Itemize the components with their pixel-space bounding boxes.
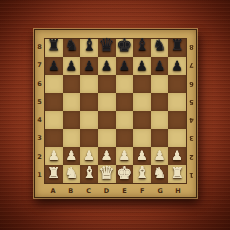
piece-black-pawn[interactable]: ♟ [118, 59, 130, 72]
rank-label-2: 2 [187, 148, 196, 166]
rank-label-5: 5 [35, 93, 44, 111]
square-d3[interactable] [98, 129, 116, 147]
square-g2[interactable]: ♟ [151, 147, 169, 165]
rank-labels-left: 87654321 [35, 38, 44, 184]
square-f3[interactable] [133, 129, 151, 147]
square-f1[interactable]: ♝ [133, 165, 151, 183]
square-f5[interactable] [133, 93, 151, 111]
square-d7[interactable]: ♟ [98, 57, 116, 75]
square-g4[interactable] [151, 111, 169, 129]
rank-label-1: 1 [35, 166, 44, 184]
rank-label-1: 1 [187, 166, 196, 184]
square-e5[interactable] [116, 93, 134, 111]
piece-black-rook[interactable]: ♜ [170, 38, 183, 53]
square-b4[interactable] [63, 111, 81, 129]
square-g7[interactable]: ♟ [151, 57, 169, 75]
file-label-a: A [44, 185, 62, 197]
file-label-g: G [151, 185, 169, 197]
piece-black-pawn[interactable]: ♟ [171, 59, 183, 72]
square-b3[interactable] [63, 129, 81, 147]
square-e6[interactable] [116, 75, 134, 93]
square-c3[interactable] [80, 129, 98, 147]
piece-white-knight[interactable]: ♞ [65, 166, 78, 181]
piece-black-king[interactable]: ♚ [116, 36, 132, 54]
rank-label-6: 6 [187, 75, 196, 93]
piece-black-pawn[interactable]: ♟ [101, 59, 113, 72]
square-d1[interactable]: ♛ [98, 165, 116, 183]
square-f7[interactable]: ♟ [133, 57, 151, 75]
piece-white-rook[interactable]: ♜ [47, 166, 60, 181]
square-c5[interactable] [80, 93, 98, 111]
square-d4[interactable] [98, 111, 116, 129]
square-c4[interactable] [80, 111, 98, 129]
square-h8[interactable]: ♜ [168, 39, 186, 57]
piece-white-bishop[interactable]: ♝ [135, 165, 149, 181]
piece-black-bishop[interactable]: ♝ [82, 37, 96, 53]
piece-black-knight[interactable]: ♞ [65, 38, 78, 53]
square-g5[interactable] [151, 93, 169, 111]
piece-black-pawn[interactable]: ♟ [48, 59, 60, 72]
square-h3[interactable] [168, 129, 186, 147]
square-c8[interactable]: ♝ [80, 39, 98, 57]
file-labels-bottom: ABCDEFGH [44, 185, 187, 197]
square-f8[interactable]: ♝ [133, 39, 151, 57]
piece-white-pawn[interactable]: ♟ [101, 149, 113, 162]
square-g6[interactable] [151, 75, 169, 93]
file-label-d: D [98, 185, 116, 197]
rank-labels-right: 87654321 [187, 38, 196, 184]
file-label-h: H [169, 185, 187, 197]
rank-label-8: 8 [187, 38, 196, 56]
square-h4[interactable] [168, 111, 186, 129]
square-e1[interactable]: ♚ [116, 165, 134, 183]
rank-label-8: 8 [35, 38, 44, 56]
piece-black-pawn[interactable]: ♟ [83, 59, 95, 72]
square-h1[interactable]: ♜ [168, 165, 186, 183]
square-a7[interactable]: ♟ [45, 57, 63, 75]
file-label-b: B [62, 185, 80, 197]
piece-white-knight[interactable]: ♞ [153, 166, 166, 181]
piece-black-knight[interactable]: ♞ [153, 38, 166, 53]
square-f4[interactable] [133, 111, 151, 129]
square-g8[interactable]: ♞ [151, 39, 169, 57]
square-f6[interactable] [133, 75, 151, 93]
board-grid: ♜♞♝♛♚♝♞♜♟♟♟♟♟♟♟♟♟♟♟♟♟♟♟♟♜♞♝♛♚♝♞♜ [44, 38, 187, 184]
square-a3[interactable] [45, 129, 63, 147]
square-a4[interactable] [45, 111, 63, 129]
square-b5[interactable] [63, 93, 81, 111]
rank-label-7: 7 [35, 56, 44, 74]
piece-white-king[interactable]: ♚ [116, 164, 132, 182]
rank-label-4: 4 [187, 111, 196, 129]
piece-black-rook[interactable]: ♜ [47, 38, 60, 53]
square-h2[interactable]: ♟ [168, 147, 186, 165]
piece-white-pawn[interactable]: ♟ [83, 149, 95, 162]
rank-label-7: 7 [187, 56, 196, 74]
square-g3[interactable] [151, 129, 169, 147]
square-c1[interactable]: ♝ [80, 165, 98, 183]
square-d5[interactable] [98, 93, 116, 111]
square-d6[interactable] [98, 75, 116, 93]
square-b7[interactable]: ♟ [63, 57, 81, 75]
file-label-c: C [80, 185, 98, 197]
piece-white-pawn[interactable]: ♟ [66, 149, 78, 162]
square-e7[interactable]: ♟ [116, 57, 134, 75]
square-h7[interactable]: ♟ [168, 57, 186, 75]
square-e3[interactable] [116, 129, 134, 147]
square-h5[interactable] [168, 93, 186, 111]
piece-white-bishop[interactable]: ♝ [82, 165, 96, 181]
wood-background: 87654321 87654321 ABCDEFGH ♜♞♝♛♚♝♞♜♟♟♟♟♟… [0, 0, 230, 230]
square-a6[interactable] [45, 75, 63, 93]
piece-white-pawn[interactable]: ♟ [118, 149, 130, 162]
file-label-e: E [116, 185, 134, 197]
rank-label-6: 6 [35, 75, 44, 93]
square-a1[interactable]: ♜ [45, 165, 63, 183]
piece-black-pawn[interactable]: ♟ [66, 59, 78, 72]
square-c7[interactable]: ♟ [80, 57, 98, 75]
piece-black-pawn[interactable]: ♟ [154, 59, 166, 72]
square-g1[interactable]: ♞ [151, 165, 169, 183]
piece-black-queen[interactable]: ♛ [99, 36, 115, 54]
piece-white-pawn[interactable]: ♟ [48, 149, 60, 162]
piece-white-pawn[interactable]: ♟ [171, 149, 183, 162]
rank-label-4: 4 [35, 111, 44, 129]
square-e8[interactable]: ♚ [116, 39, 134, 57]
square-a5[interactable] [45, 93, 63, 111]
square-a8[interactable]: ♜ [45, 39, 63, 57]
square-d8[interactable]: ♛ [98, 39, 116, 57]
square-e4[interactable] [116, 111, 134, 129]
piece-black-pawn[interactable]: ♟ [136, 59, 148, 72]
piece-white-rook[interactable]: ♜ [170, 166, 183, 181]
square-b6[interactable] [63, 75, 81, 93]
rank-label-5: 5 [187, 93, 196, 111]
rank-label-3: 3 [35, 129, 44, 147]
square-b2[interactable]: ♟ [63, 147, 81, 165]
square-h6[interactable] [168, 75, 186, 93]
rank-label-3: 3 [187, 129, 196, 147]
piece-black-bishop[interactable]: ♝ [135, 37, 149, 53]
piece-white-queen[interactable]: ♛ [99, 164, 115, 182]
rank-label-2: 2 [35, 148, 44, 166]
file-label-f: F [133, 185, 151, 197]
chess-board: 87654321 87654321 ABCDEFGH ♜♞♝♛♚♝♞♜♟♟♟♟♟… [34, 29, 197, 198]
square-b1[interactable]: ♞ [63, 165, 81, 183]
piece-white-pawn[interactable]: ♟ [136, 149, 148, 162]
square-c6[interactable] [80, 75, 98, 93]
square-b8[interactable]: ♞ [63, 39, 81, 57]
square-a2[interactable]: ♟ [45, 147, 63, 165]
piece-white-pawn[interactable]: ♟ [154, 149, 166, 162]
